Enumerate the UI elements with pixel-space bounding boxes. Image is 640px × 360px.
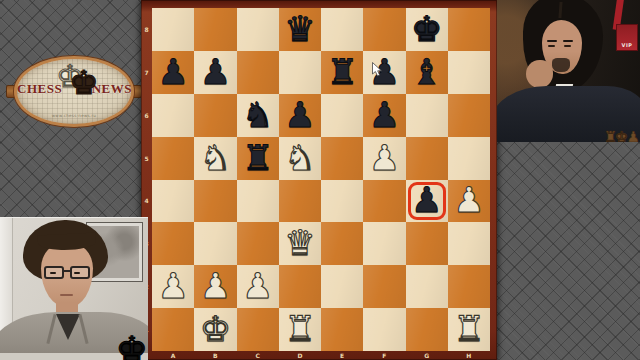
square-d8[interactable]: ♛ [279,8,321,51]
square-h6[interactable] [448,94,490,137]
rank-label-8: 8 [141,8,152,51]
square-b1[interactable]: ♚ [194,308,236,351]
square-g1[interactable] [406,308,448,351]
square-f3[interactable] [363,222,405,265]
rank-label-5: 5 [141,137,152,180]
square-c3[interactable] [237,222,279,265]
square-c4[interactable] [237,180,279,223]
square-c7[interactable] [237,51,279,94]
logo-subtext: www.chess-news.ru [6,113,142,118]
square-b3[interactable] [194,222,236,265]
black-bishop-g7[interactable]: ♝ [411,55,442,90]
square-a5[interactable] [152,137,194,180]
square-a6[interactable] [152,94,194,137]
square-d1[interactable]: ♜ [279,308,321,351]
square-b8[interactable] [194,8,236,51]
vip-badge: VIP [616,24,638,51]
square-b5[interactable]: ♞ [194,137,236,180]
black-king-silhouette: ♚ [116,332,148,360]
player-eye [74,272,80,274]
square-e7[interactable]: ♜ [321,51,363,94]
vip-badge-label: VIP [622,42,633,48]
player-fist [526,60,553,88]
square-f6[interactable]: ♟ [363,94,405,137]
player-eye [564,45,571,47]
square-e1[interactable] [321,308,363,351]
square-h8[interactable] [448,8,490,51]
square-g6[interactable] [406,94,448,137]
white-knight-b5[interactable]: ♞ [200,141,231,176]
white-knight-d5[interactable]: ♞ [284,141,315,176]
square-e2[interactable] [321,265,363,308]
square-c2[interactable]: ♟ [237,265,279,308]
black-pawn-g4[interactable]: ♟ [411,183,442,218]
black-pawn-f6[interactable]: ♟ [369,98,400,133]
white-rook-h1[interactable]: ♜ [453,312,484,347]
black-rook-e7[interactable]: ♜ [326,55,357,90]
black-king-icon: ♚ [69,66,99,99]
player-mouth [60,294,73,296]
square-f8[interactable] [363,8,405,51]
file-label-d: D [279,351,321,360]
video-frame: CHESS NEWS ♚ ♚ www.chess-news.ru 8765432… [0,0,640,360]
square-b6[interactable] [194,94,236,137]
square-e4[interactable] [321,180,363,223]
square-d4[interactable] [279,180,321,223]
square-e6[interactable] [321,94,363,137]
square-g2[interactable] [406,265,448,308]
square-d7[interactable] [279,51,321,94]
square-e5[interactable] [321,137,363,180]
rank-label-7: 7 [141,51,152,94]
square-f4[interactable] [363,180,405,223]
board-squares: ♛♚♟♟♜♟♝♞♟♟♞♜♞♟♟♟♛♟♟♟♚♜♜ [152,8,490,351]
white-pawn-c2[interactable]: ♟ [242,269,273,304]
glasses-lens [70,266,90,279]
player-goatee [552,58,570,72]
square-h1[interactable]: ♜ [448,308,490,351]
square-g5[interactable] [406,137,448,180]
square-f2[interactable] [363,265,405,308]
glasses-bridge [64,270,70,272]
square-g8[interactable]: ♚ [406,8,448,51]
square-b7[interactable]: ♟ [194,51,236,94]
mouse-cursor-icon [372,62,383,81]
black-pawn-b7[interactable]: ♟ [200,55,231,90]
square-f1[interactable] [363,308,405,351]
square-e3[interactable] [321,222,363,265]
file-label-a: A [152,351,194,360]
square-d2[interactable] [279,265,321,308]
file-label-g: G [406,351,448,360]
square-a8[interactable] [152,8,194,51]
black-pawn-d6[interactable]: ♟ [284,98,315,133]
file-label-b: B [194,351,236,360]
white-king-b1[interactable]: ♚ [200,312,231,347]
player-eye [50,272,56,274]
square-h2[interactable] [448,265,490,308]
square-a1[interactable] [152,308,194,351]
file-label-c: C [237,351,279,360]
square-f5[interactable]: ♟ [363,137,405,180]
player-eyebrow [547,40,557,42]
square-h5[interactable] [448,137,490,180]
square-b4[interactable] [194,180,236,223]
black-knight-c6[interactable]: ♞ [242,98,273,133]
square-g7[interactable]: ♝ [406,51,448,94]
white-rook-d1[interactable]: ♜ [284,312,315,347]
player-photo-bottom-left: ♚ [0,217,148,360]
white-pawn-h4[interactable]: ♟ [453,183,484,218]
black-king-g8[interactable]: ♚ [411,12,442,47]
square-e8[interactable] [321,8,363,51]
square-a4[interactable] [152,180,194,223]
rank-label-6: 6 [141,94,152,137]
rank-label-4: 4 [141,180,152,223]
black-pawn-a7[interactable]: ♟ [157,55,188,90]
file-labels: ABCDEFGH [152,351,490,360]
black-queen-d8[interactable]: ♛ [284,12,315,47]
white-pawn-b2[interactable]: ♟ [200,269,231,304]
chess-board: 87654321 ABCDEFGH ♛♚♟♟♜♟♝♞♟♟♞♜♞♟♟♟♛♟♟♟♚♜… [141,0,497,360]
square-g3[interactable] [406,222,448,265]
square-c5[interactable]: ♜ [237,137,279,180]
square-d6[interactable]: ♟ [279,94,321,137]
square-g4[interactable]: ♟ [406,180,448,223]
square-a3[interactable] [152,222,194,265]
player-photo-top-right: VIP ♜♚♟ [497,0,640,142]
square-c8[interactable] [237,8,279,51]
square-h7[interactable] [448,51,490,94]
file-label-h: H [448,351,490,360]
square-f7[interactable]: ♟ [363,51,405,94]
square-c1[interactable] [237,308,279,351]
chess-news-logo: CHESS NEWS ♚ ♚ www.chess-news.ru [6,54,142,130]
file-label-f: F [363,351,405,360]
player-eye [548,45,555,47]
chess-pieces-silhouette: ♜♚♟ [604,128,638,142]
square-a7[interactable]: ♟ [152,51,194,94]
white-pawn-f5[interactable]: ♟ [369,141,400,176]
white-pawn-a2[interactable]: ♟ [157,269,188,304]
square-h3[interactable] [448,222,490,265]
square-d3[interactable]: ♛ [279,222,321,265]
square-b2[interactable]: ♟ [194,265,236,308]
white-queen-d3[interactable]: ♛ [284,226,315,261]
square-h4[interactable]: ♟ [448,180,490,223]
square-a2[interactable]: ♟ [152,265,194,308]
player-eyebrow [563,40,573,42]
file-label-e: E [321,351,363,360]
square-d5[interactable]: ♞ [279,137,321,180]
square-c6[interactable]: ♞ [237,94,279,137]
black-rook-c5[interactable]: ♜ [242,141,273,176]
